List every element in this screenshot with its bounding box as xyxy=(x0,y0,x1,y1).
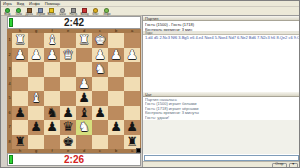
square-c1[interactable]: ♚ xyxy=(92,33,108,48)
info-label: Инфо xyxy=(103,13,110,16)
piece-wB-g5[interactable]: ♝ xyxy=(30,91,42,105)
square-e4[interactable] xyxy=(60,77,76,92)
square-d7[interactable]: ♞ xyxy=(76,120,92,135)
chat-empty-area xyxy=(143,120,300,154)
settings-label: Настр. xyxy=(69,13,77,16)
square-g5[interactable]: ♝ xyxy=(28,91,44,106)
flag-button[interactable]: Флаг xyxy=(90,7,101,16)
square-a1[interactable] xyxy=(124,33,140,48)
piece-wP-f2[interactable]: ♟ xyxy=(46,48,58,62)
square-a4[interactable] xyxy=(124,77,140,92)
piece-bP-b7[interactable]: ♟ xyxy=(110,120,122,134)
game-info: Гость (1500) - Гость (1718) Контроль вре… xyxy=(143,21,300,31)
black-clock-bar xyxy=(9,155,13,164)
challenge-button[interactable]: Вызов xyxy=(46,7,57,16)
menu-item-4[interactable]: Помощь xyxy=(45,1,60,6)
square-c7[interactable] xyxy=(92,120,108,135)
white-clock-time: 2:42 xyxy=(8,17,140,28)
square-g3[interactable] xyxy=(28,62,44,77)
white-clock: 2:42 xyxy=(7,16,141,29)
square-b7[interactable]: ♟ xyxy=(108,120,124,135)
black-clock: 2:26 xyxy=(7,153,141,166)
square-b6[interactable] xyxy=(108,106,124,121)
square-g2[interactable]: ♟ xyxy=(28,48,44,63)
square-g6[interactable] xyxy=(28,106,44,121)
square-c5[interactable] xyxy=(92,91,108,106)
flag-label: Флаг xyxy=(92,13,98,16)
piece-bP-e6[interactable]: ♟ xyxy=(62,106,74,120)
square-b2[interactable]: ♟ xyxy=(108,48,124,63)
white-clock-bar xyxy=(9,18,13,27)
square-h3[interactable] xyxy=(12,62,28,77)
square-f4[interactable] xyxy=(44,77,60,92)
piece-wR-d1[interactable]: ♜ xyxy=(78,33,90,47)
square-g1[interactable] xyxy=(28,33,44,48)
square-h8[interactable]: ♜ xyxy=(12,135,28,150)
piece-wP-h2[interactable]: ♟ xyxy=(14,48,26,62)
square-d5[interactable]: ♟ xyxy=(76,91,92,106)
piece-bR-a8[interactable]: ♜ xyxy=(126,135,138,149)
square-d6[interactable]: ♝ xyxy=(76,106,92,121)
square-a2[interactable]: ♟ xyxy=(124,48,140,63)
square-c3[interactable]: ♞ xyxy=(92,62,108,77)
square-e1[interactable] xyxy=(60,33,76,48)
square-e6[interactable]: ♟ xyxy=(60,106,76,121)
square-g4[interactable] xyxy=(28,77,44,92)
piece-wK-c1[interactable]: ♚ xyxy=(94,33,106,47)
board-squares: ♜♝♜♚♟♟♟♛♟♟♟♞♟♝♟♟♞♟♝♟♟♟♛♞♟♟♜♚♜ xyxy=(12,33,140,149)
square-g7[interactable]: ♟ xyxy=(28,120,44,135)
menu-item-2[interactable]: Вид xyxy=(17,1,24,6)
history-label: Часы xyxy=(59,13,66,16)
piece-bP-g7[interactable]: ♟ xyxy=(30,120,42,134)
square-h1[interactable]: ♜ xyxy=(12,33,28,48)
piece-wP-b2[interactable]: ♟ xyxy=(110,48,122,62)
piece-bQ-e7[interactable]: ♛ xyxy=(62,120,74,134)
piece-bR-h8[interactable]: ♜ xyxy=(14,135,26,149)
history-button[interactable]: Часы xyxy=(57,7,68,16)
square-a3[interactable] xyxy=(124,62,140,77)
square-e5[interactable] xyxy=(60,91,76,106)
square-b8[interactable] xyxy=(108,135,124,150)
square-c6[interactable]: ♟ xyxy=(92,106,108,121)
square-c4[interactable] xyxy=(92,77,108,92)
square-d4[interactable]: ♟ xyxy=(76,77,92,92)
piece-bB-d6[interactable]: ♝ xyxy=(78,106,90,120)
players-button[interactable]: Игроки xyxy=(35,7,46,16)
square-f1[interactable]: ♝ xyxy=(44,33,60,48)
black-clock-time: 2:26 xyxy=(8,154,140,165)
square-e8[interactable]: ♚ xyxy=(60,135,76,150)
info-panel: Партия Гость (1500) - Гость (1718) Контр… xyxy=(142,15,300,167)
settings-button[interactable]: Настр. xyxy=(68,7,79,16)
move-list[interactable]: 1.d4 d5 2.Nc3 Nf6 3.Bg5 e6 4.e4 Nxe4 5.N… xyxy=(143,35,300,41)
square-a7[interactable]: ♟ xyxy=(124,120,140,135)
players-label: Игроки xyxy=(36,13,45,16)
chat-menu-button[interactable]: ▼ xyxy=(289,163,298,168)
square-d1[interactable]: ♜ xyxy=(76,33,92,48)
square-e2[interactable]: ♛ xyxy=(60,48,76,63)
square-f6[interactable]: ♞ xyxy=(44,106,60,121)
square-h4[interactable] xyxy=(12,77,28,92)
piece-wB-f1[interactable]: ♝ xyxy=(46,33,58,47)
rooms-button[interactable]: Залы xyxy=(13,7,24,16)
close-button[interactable]: Выход xyxy=(79,7,90,16)
piece-wP-c2[interactable]: ♟ xyxy=(94,48,106,62)
square-h5[interactable] xyxy=(12,91,28,106)
piece-bP-f7[interactable]: ♟ xyxy=(46,120,58,134)
square-b4[interactable] xyxy=(108,77,124,92)
square-c8[interactable] xyxy=(92,135,108,150)
connect-label: Вход xyxy=(4,13,10,16)
square-a6[interactable] xyxy=(124,106,140,121)
square-b1[interactable] xyxy=(108,33,124,48)
board-button[interactable]: Доска xyxy=(24,7,35,16)
piece-bP-d5[interactable]: ♟ xyxy=(78,91,90,105)
square-f3[interactable] xyxy=(44,62,60,77)
square-f2[interactable]: ♟ xyxy=(44,48,60,63)
square-a8[interactable]: ♜ xyxy=(124,135,140,150)
piece-wP-a2[interactable]: ♟ xyxy=(126,48,138,62)
chess-board: hgfedcba 12345678 ♜♝♜♚♟♟♟♛♟♟♟♞♟♝♟♟♞♟♝♟♟♟… xyxy=(7,29,141,153)
square-h2[interactable]: ♟ xyxy=(12,48,28,63)
connect-button[interactable]: Вход xyxy=(2,7,13,16)
challenge-label: Вызов xyxy=(48,13,56,16)
square-c2[interactable]: ♟ xyxy=(92,48,108,63)
game-panel: 2:42 hgfedcba 12345678 ♜♝♜♚♟♟♟♛♟♟♟♞♟♝♟♟♞… xyxy=(7,16,141,167)
piece-bP-a7[interactable]: ♟ xyxy=(126,120,138,134)
chat-bottom-bar: Отпр ▼ xyxy=(143,161,300,168)
menu-item-3[interactable]: Инфо xyxy=(29,1,40,6)
square-f5[interactable] xyxy=(44,91,60,106)
piece-bP-h6[interactable]: ♟ xyxy=(14,106,26,120)
square-b5[interactable] xyxy=(108,91,124,106)
chess-client-window: ИграВидИнфоПомощь ВходЗалыДоскаИгрокиВыз… xyxy=(0,0,300,168)
square-h7[interactable] xyxy=(12,120,28,135)
piece-wN-d7[interactable]: ♞ xyxy=(78,120,90,134)
square-f8[interactable] xyxy=(44,135,60,150)
piece-wQ-e2[interactable]: ♛ xyxy=(62,48,74,62)
square-e7[interactable]: ♛ xyxy=(60,120,76,135)
piece-bK-e8[interactable]: ♚ xyxy=(62,135,74,149)
info-button[interactable]: Инфо xyxy=(101,7,112,16)
piece-wR-h1[interactable]: ♜ xyxy=(14,33,26,47)
board-label: Доска xyxy=(26,13,33,16)
square-d8[interactable] xyxy=(76,135,92,150)
piece-wN-c3[interactable]: ♞ xyxy=(94,62,106,76)
rooms-label: Залы xyxy=(15,13,22,16)
square-d2[interactable] xyxy=(76,48,92,63)
close-label: Выход xyxy=(80,13,88,16)
piece-bP-c6[interactable]: ♟ xyxy=(94,106,106,120)
square-g8[interactable] xyxy=(28,135,44,150)
square-h6[interactable]: ♟ xyxy=(12,106,28,121)
square-a5[interactable] xyxy=(124,91,140,106)
square-e3[interactable] xyxy=(60,62,76,77)
square-f7[interactable]: ♟ xyxy=(44,120,60,135)
piece-bN-f6[interactable]: ♞ xyxy=(46,106,58,120)
piece-wP-d4[interactable]: ♟ xyxy=(78,77,90,91)
chat-messages: Партия началасьГость (1500) играет белым… xyxy=(143,97,300,120)
square-d3[interactable] xyxy=(76,62,92,77)
send-button[interactable]: Отпр xyxy=(272,163,286,168)
piece-wP-g2[interactable]: ♟ xyxy=(30,48,42,62)
menu-item-1[interactable]: Игра xyxy=(3,1,12,6)
square-b3[interactable] xyxy=(108,62,124,77)
